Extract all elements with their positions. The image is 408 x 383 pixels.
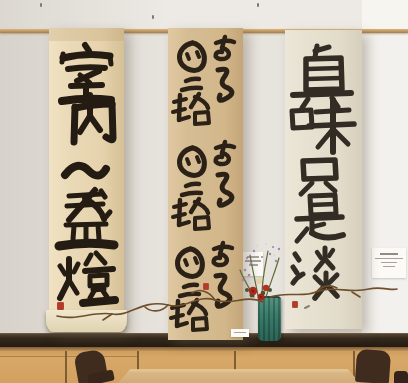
ikebana-arrangement [30,235,408,345]
wall-nail [257,3,259,7]
meeting-table [118,368,360,383]
cabinet-drawer-line [0,356,137,357]
purple-sprigs [242,246,280,281]
chair-back-right [355,349,391,383]
wall-nail [40,3,42,7]
pale-buds [256,243,275,256]
wall-nail [152,15,154,19]
chair-back-far-right [394,371,408,383]
counter-underside-shadow [0,347,408,351]
exhibition-room-photo [0,0,408,383]
